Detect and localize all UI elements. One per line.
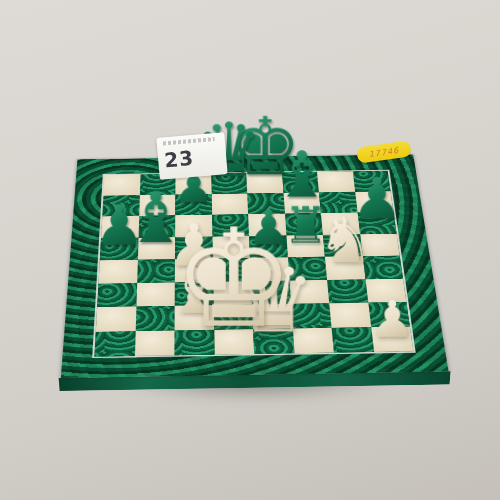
square-b4 xyxy=(137,259,175,283)
sticker-text: 17746 xyxy=(368,145,399,158)
square-h7 xyxy=(355,191,394,212)
square-f6 xyxy=(284,213,322,235)
square-f7: ♝ xyxy=(283,192,321,213)
square-b7 xyxy=(139,194,176,216)
square-b1 xyxy=(134,330,174,356)
square-h5 xyxy=(360,233,400,256)
board-grid: ♛♚♟♝♟♟♝♟♜♟♞♝♚♛♟ xyxy=(92,170,416,358)
square-a3 xyxy=(97,283,136,307)
square-d4 xyxy=(212,258,250,282)
square-h6: ♟ xyxy=(357,212,396,234)
square-h4 xyxy=(362,256,403,279)
square-f2 xyxy=(291,303,332,328)
square-d2 xyxy=(213,305,253,330)
square-e4 xyxy=(250,257,289,280)
square-c4: ♟ xyxy=(175,259,213,283)
square-a4 xyxy=(99,260,138,284)
square-h3 xyxy=(365,278,406,302)
square-f8 xyxy=(282,172,319,193)
square-f1 xyxy=(292,328,334,354)
square-c7: ♟ xyxy=(175,194,211,216)
square-g7 xyxy=(319,192,357,213)
square-g6 xyxy=(321,213,360,235)
square-g4: ♞ xyxy=(325,256,365,279)
square-g5 xyxy=(323,234,362,257)
square-d5 xyxy=(212,236,250,259)
square-b2 xyxy=(135,306,174,331)
square-a8 xyxy=(103,174,140,195)
square-c3 xyxy=(175,282,214,306)
square-h2 xyxy=(368,302,410,327)
photo-scene: ♛♚♟♝♟♟♝♟♜♟♞♝♚♛♟ 23 17746 xyxy=(0,0,500,500)
square-b5: ♝ xyxy=(137,237,175,260)
square-d8: ♛ xyxy=(211,173,247,194)
square-d6 xyxy=(212,214,249,236)
square-e6 xyxy=(248,214,286,236)
square-e2 xyxy=(252,304,292,329)
square-a6 xyxy=(101,216,139,238)
square-e3 xyxy=(251,280,291,304)
square-c5 xyxy=(175,236,213,259)
square-c1 xyxy=(174,330,214,356)
square-f4 xyxy=(287,257,327,280)
square-e5: ♟ xyxy=(249,235,287,258)
square-d1: ♚ xyxy=(214,329,254,355)
lot-number: 23 xyxy=(163,144,221,173)
square-e8: ♚ xyxy=(246,172,283,193)
square-g2 xyxy=(329,303,370,328)
square-b6 xyxy=(138,215,175,237)
auction-lot-card: 23 xyxy=(156,132,227,180)
square-e1: ♛ xyxy=(253,328,294,354)
square-a5: ♟ xyxy=(100,237,138,260)
square-g3 xyxy=(327,279,368,303)
square-f3 xyxy=(289,280,329,304)
square-e7 xyxy=(247,193,284,215)
square-d3 xyxy=(213,281,252,305)
malachite-chess-board: ♛♚♟♝♟♟♝♟♜♟♞♝♚♛♟ xyxy=(61,155,449,378)
square-h8 xyxy=(352,171,390,192)
square-a1 xyxy=(94,331,135,357)
square-g1 xyxy=(332,327,374,353)
square-h1: ♟ xyxy=(371,326,414,352)
square-g8 xyxy=(317,171,355,192)
square-a2 xyxy=(96,306,136,331)
square-f5: ♜ xyxy=(286,235,325,258)
square-c2: ♝ xyxy=(175,305,214,330)
square-c6 xyxy=(175,215,212,237)
square-b3 xyxy=(136,282,175,306)
square-d7 xyxy=(211,193,248,215)
square-a7 xyxy=(102,195,139,217)
